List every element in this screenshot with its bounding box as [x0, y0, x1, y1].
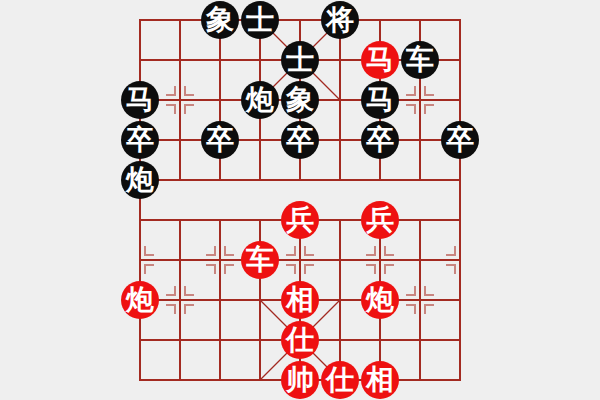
- piece-black-pawn[interactable]: 卒: [121, 121, 159, 159]
- piece-black-cannon[interactable]: 炮: [121, 161, 159, 199]
- board-piece-grid: 象士将士马车马炮象马卒卒卒卒卒炮兵兵车炮相炮仕帅仕相: [120, 0, 480, 400]
- piece-red-advisor[interactable]: 仕: [281, 321, 319, 359]
- piece-red-pawn[interactable]: 兵: [361, 201, 399, 239]
- piece-black-pawn[interactable]: 卒: [441, 121, 479, 159]
- piece-black-pawn[interactable]: 卒: [281, 121, 319, 159]
- piece-black-horse[interactable]: 马: [361, 81, 399, 119]
- piece-red-cannon[interactable]: 炮: [121, 281, 159, 319]
- piece-red-cannon[interactable]: 炮: [361, 281, 399, 319]
- piece-red-chariot[interactable]: 车: [241, 241, 279, 279]
- piece-black-pawn[interactable]: 卒: [361, 121, 399, 159]
- piece-black-horse[interactable]: 马: [121, 81, 159, 119]
- piece-black-elephant[interactable]: 象: [201, 1, 239, 39]
- piece-red-elephant[interactable]: 相: [361, 361, 399, 399]
- piece-red-elephant[interactable]: 相: [281, 281, 319, 319]
- piece-black-advisor[interactable]: 士: [281, 41, 319, 79]
- piece-black-elephant[interactable]: 象: [281, 81, 319, 119]
- piece-red-advisor[interactable]: 仕: [321, 361, 359, 399]
- piece-black-pawn[interactable]: 卒: [201, 121, 239, 159]
- piece-black-chariot[interactable]: 车: [401, 41, 439, 79]
- piece-red-horse[interactable]: 马: [361, 41, 399, 79]
- piece-black-cannon[interactable]: 炮: [241, 81, 279, 119]
- piece-red-general[interactable]: 帅: [281, 361, 319, 399]
- xiangqi-screenshot: 象士将士马车马炮象马卒卒卒卒卒炮兵兵车炮相炮仕帅仕相: [0, 0, 600, 400]
- xiangqi-board: 象士将士马车马炮象马卒卒卒卒卒炮兵兵车炮相炮仕帅仕相: [0, 0, 600, 400]
- piece-black-advisor[interactable]: 士: [241, 1, 279, 39]
- piece-red-pawn[interactable]: 兵: [281, 201, 319, 239]
- piece-black-general[interactable]: 将: [321, 1, 359, 39]
